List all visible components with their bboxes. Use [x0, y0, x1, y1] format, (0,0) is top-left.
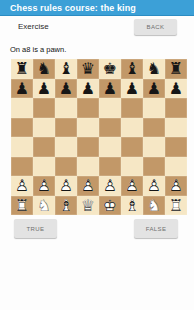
square-e7[interactable]: ♟: [99, 79, 121, 99]
square-b1[interactable]: ♞♘: [33, 196, 55, 216]
square-h7[interactable]: ♟: [165, 79, 187, 99]
false-button[interactable]: FALSE: [134, 219, 178, 238]
square-a7[interactable]: ♟: [11, 79, 33, 99]
black-pawn-piece: ♟: [143, 79, 165, 99]
black-knight-piece: ♞: [143, 59, 165, 79]
square-e1[interactable]: ♚♔: [99, 196, 121, 216]
white-rook-piece: ♜♖: [165, 196, 187, 216]
square-b6[interactable]: [33, 98, 55, 118]
black-pawn-piece: ♟: [121, 79, 143, 99]
square-e4[interactable]: [99, 137, 121, 157]
white-pawn-piece: ♟♙: [165, 176, 187, 196]
square-g2[interactable]: ♟♙: [143, 176, 165, 196]
black-pawn-piece: ♟: [99, 79, 121, 99]
black-knight-piece: ♞: [33, 59, 55, 79]
square-e6[interactable]: [99, 98, 121, 118]
square-h5[interactable]: [165, 118, 187, 138]
square-h6[interactable]: [165, 98, 187, 118]
square-c1[interactable]: ♝♗: [55, 196, 77, 216]
black-pawn-piece: ♟: [165, 79, 187, 99]
exercise-label: Exercise: [18, 22, 49, 31]
square-f5[interactable]: [121, 118, 143, 138]
square-h8[interactable]: ♜: [165, 59, 187, 79]
white-pawn-piece: ♟♙: [99, 176, 121, 196]
square-c2[interactable]: ♟♙: [55, 176, 77, 196]
white-bishop-piece: ♝♗: [55, 196, 77, 216]
square-g7[interactable]: ♟: [143, 79, 165, 99]
square-b7[interactable]: ♟: [33, 79, 55, 99]
white-pawn-piece: ♟♙: [33, 176, 55, 196]
black-rook-piece: ♜: [165, 59, 187, 79]
square-f6[interactable]: [121, 98, 143, 118]
square-e5[interactable]: [99, 118, 121, 138]
square-c3[interactable]: [55, 157, 77, 177]
white-pawn-piece: ♟♙: [143, 176, 165, 196]
square-f3[interactable]: [121, 157, 143, 177]
app-window: Chess rules course: the king Exercise BA…: [0, 0, 194, 310]
square-a5[interactable]: [11, 118, 33, 138]
square-f7[interactable]: ♟: [121, 79, 143, 99]
square-g8[interactable]: ♞: [143, 59, 165, 79]
square-f1[interactable]: ♝♗: [121, 196, 143, 216]
square-h2[interactable]: ♟♙: [165, 176, 187, 196]
square-b2[interactable]: ♟♙: [33, 176, 55, 196]
square-c6[interactable]: [55, 98, 77, 118]
square-c4[interactable]: [55, 137, 77, 157]
white-rook-piece: ♜♖: [11, 196, 33, 216]
white-queen-piece: ♛♕: [77, 196, 99, 216]
app-header: Chess rules course: the king: [0, 0, 194, 16]
black-king-piece: ♚: [99, 59, 121, 79]
square-b3[interactable]: [33, 157, 55, 177]
answer-buttons: TRUE FALSE: [0, 219, 194, 239]
true-button[interactable]: TRUE: [14, 219, 57, 238]
square-c7[interactable]: ♟: [55, 79, 77, 99]
square-h1[interactable]: ♜♖: [165, 196, 187, 216]
square-h4[interactable]: [165, 137, 187, 157]
square-h3[interactable]: [165, 157, 187, 177]
toolbar: Exercise BACK: [0, 18, 194, 40]
square-b4[interactable]: [33, 137, 55, 157]
white-bishop-piece: ♝♗: [121, 196, 143, 216]
chess-board[interactable]: ♜♞♝♛♚♝♞♜♟♟♟♟♟♟♟♟♟♙♟♙♟♙♟♙♟♙♟♙♟♙♟♙♜♖♞♘♝♗♛♕…: [11, 59, 187, 215]
white-pawn-piece: ♟♙: [77, 176, 99, 196]
square-g1[interactable]: ♞♘: [143, 196, 165, 216]
square-b5[interactable]: [33, 118, 55, 138]
square-d7[interactable]: ♟: [77, 79, 99, 99]
square-e8[interactable]: ♚: [99, 59, 121, 79]
square-a2[interactable]: ♟♙: [11, 176, 33, 196]
back-button[interactable]: BACK: [134, 19, 177, 35]
white-pawn-piece: ♟♙: [121, 176, 143, 196]
square-d8[interactable]: ♛: [77, 59, 99, 79]
white-king-piece: ♚♔: [99, 196, 121, 216]
square-d5[interactable]: [77, 118, 99, 138]
white-pawn-piece: ♟♙: [55, 176, 77, 196]
square-a3[interactable]: [11, 157, 33, 177]
square-g3[interactable]: [143, 157, 165, 177]
square-f8[interactable]: ♝: [121, 59, 143, 79]
white-pawn-piece: ♟♙: [11, 176, 33, 196]
black-pawn-piece: ♟: [77, 79, 99, 99]
square-d6[interactable]: [77, 98, 99, 118]
black-bishop-piece: ♝: [121, 59, 143, 79]
square-a1[interactable]: ♜♖: [11, 196, 33, 216]
square-a6[interactable]: [11, 98, 33, 118]
square-b8[interactable]: ♞: [33, 59, 55, 79]
black-queen-piece: ♛: [77, 59, 99, 79]
square-d1[interactable]: ♛♕: [77, 196, 99, 216]
page-title: Chess rules course: the king: [10, 3, 136, 13]
square-c5[interactable]: [55, 118, 77, 138]
black-pawn-piece: ♟: [33, 79, 55, 99]
black-pawn-piece: ♟: [11, 79, 33, 99]
black-bishop-piece: ♝: [55, 59, 77, 79]
black-rook-piece: ♜: [11, 59, 33, 79]
black-pawn-piece: ♟: [55, 79, 77, 99]
square-g4[interactable]: [143, 137, 165, 157]
square-e2[interactable]: ♟♙: [99, 176, 121, 196]
square-e3[interactable]: [99, 157, 121, 177]
white-knight-piece: ♞♘: [143, 196, 165, 216]
square-f2[interactable]: ♟♙: [121, 176, 143, 196]
square-d3[interactable]: [77, 157, 99, 177]
question-text: On a8 is a pawn.: [10, 45, 194, 55]
square-f4[interactable]: [121, 137, 143, 157]
square-a4[interactable]: [11, 137, 33, 157]
square-a8[interactable]: ♜: [11, 59, 33, 79]
square-d2[interactable]: ♟♙: [77, 176, 99, 196]
white-knight-piece: ♞♘: [33, 196, 55, 216]
square-g6[interactable]: [143, 98, 165, 118]
square-c8[interactable]: ♝: [55, 59, 77, 79]
square-d4[interactable]: [77, 137, 99, 157]
square-g5[interactable]: [143, 118, 165, 138]
